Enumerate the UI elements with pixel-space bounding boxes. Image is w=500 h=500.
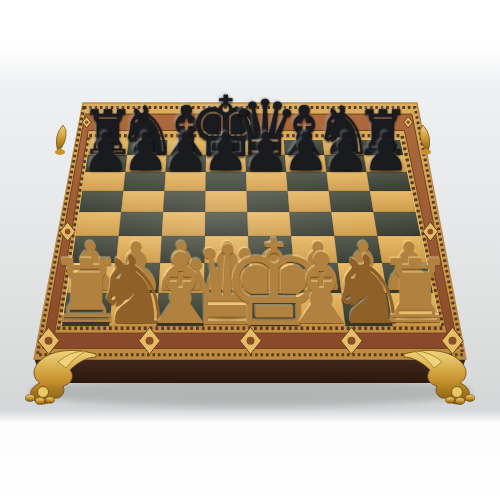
photo-scene: ♜♞♝♚♛♝♞♜♟♟♟♟♟♟♟♟♟♟♟♟♟♟♟♟♜♞♝♛♚♝♞♜ <box>0 0 500 500</box>
piece-black-pawn-h7: ♟ <box>363 127 410 179</box>
piece-white-rook-h1: ♜ <box>376 249 454 336</box>
pieces-layer: ♜♞♝♚♛♝♞♜♟♟♟♟♟♟♟♟♟♟♟♟♟♟♟♟♜♞♝♛♚♝♞♜ <box>0 0 500 500</box>
